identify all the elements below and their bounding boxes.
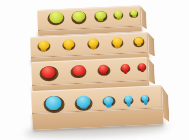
green-knob-4	[114, 10, 122, 17]
blue-knob-2	[77, 96, 91, 108]
yellow-knob-2	[63, 39, 74, 48]
green-knob-2	[72, 10, 85, 21]
green-knob-5	[130, 9, 137, 15]
cylinder-block-green	[37, 5, 147, 35]
photo-stage	[0, 0, 189, 140]
block-end-face	[148, 58, 155, 85]
cylinder-block-blue	[31, 85, 170, 129]
yellow-knob-1	[38, 40, 49, 50]
red-knob-4	[121, 64, 129, 71]
yellow-knob-4	[112, 37, 122, 46]
yellow-knob-5	[134, 36, 144, 44]
green-knob-3	[95, 10, 106, 19]
green-knob-1	[49, 10, 63, 22]
block-end-face	[141, 6, 147, 29]
yellow-knob-3	[88, 38, 98, 47]
red-knob-2	[72, 65, 85, 76]
blue-knob-4	[124, 95, 132, 102]
block-end-face	[148, 32, 155, 56]
